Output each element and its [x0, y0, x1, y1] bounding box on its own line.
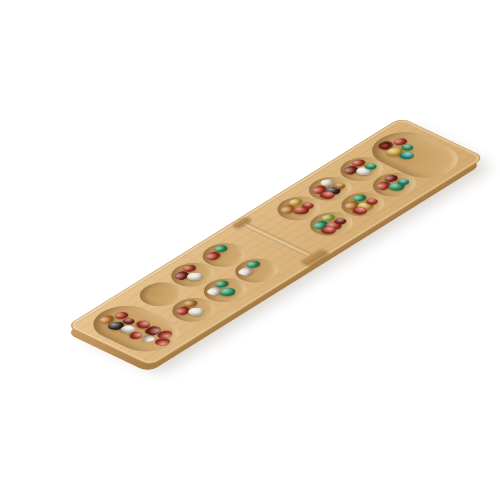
- stone-white: [186, 273, 203, 281]
- stone-red: [153, 337, 172, 347]
- stone-white: [187, 308, 204, 316]
- mancala-board: [66, 117, 485, 366]
- stone-green: [218, 288, 235, 296]
- product-photo-scene: [0, 0, 500, 500]
